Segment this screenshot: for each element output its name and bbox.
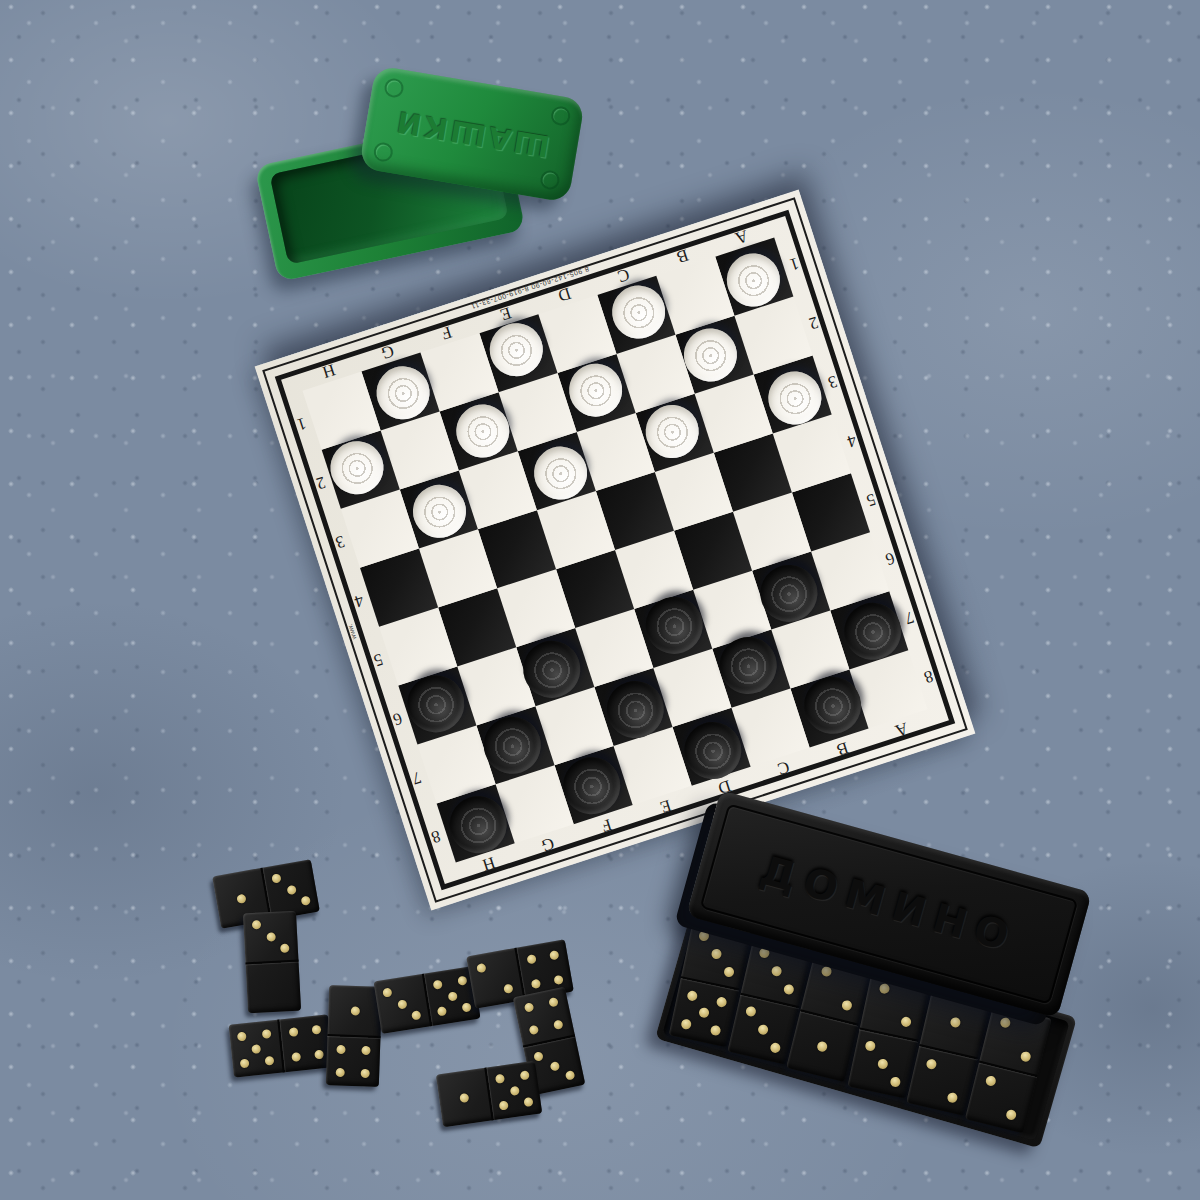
- pip: [382, 987, 392, 997]
- pip: [314, 1050, 324, 1060]
- domino-half-5: [229, 1020, 283, 1078]
- pip: [680, 1018, 692, 1030]
- pip: [447, 991, 457, 1001]
- pip: [476, 963, 486, 973]
- pip: [240, 1058, 250, 1068]
- pip: [686, 989, 698, 1001]
- pip: [984, 1075, 996, 1087]
- checkers-board: 8 905-142-60-90 8-919-007-33-11 www. AAB…: [255, 190, 976, 911]
- pip: [549, 950, 559, 960]
- pip: [759, 947, 771, 959]
- pip: [286, 884, 296, 894]
- domino-half-4: [326, 1034, 381, 1087]
- pip: [495, 1074, 505, 1084]
- pip: [698, 1007, 710, 1019]
- domino-tile-3-5[interactable]: [373, 966, 480, 1034]
- pip: [711, 948, 723, 960]
- pip: [548, 997, 559, 1008]
- pip: [361, 1069, 370, 1078]
- pip: [769, 1042, 781, 1054]
- domino-half-0: [245, 960, 301, 1014]
- pip: [878, 983, 890, 995]
- pip: [757, 1024, 769, 1036]
- pip: [901, 1016, 913, 1028]
- pip: [280, 944, 289, 953]
- table-felt-background: 8 905-142-60-90 8-919-007-33-11 www. AAB…: [0, 0, 1200, 1200]
- domino-half-3: [373, 974, 430, 1034]
- domino-half-1: [436, 1068, 492, 1127]
- pip: [949, 1016, 961, 1028]
- domino-half-4: [277, 1014, 333, 1072]
- pip: [519, 1071, 529, 1081]
- pip: [889, 1076, 901, 1088]
- pip: [503, 984, 513, 994]
- domino-tile-1-5[interactable]: [436, 1061, 542, 1127]
- pip: [509, 1085, 519, 1095]
- pip: [236, 893, 246, 903]
- pip: [531, 979, 541, 989]
- domino-half-1: [328, 985, 383, 1036]
- pip: [251, 1044, 261, 1054]
- pip: [291, 1052, 301, 1062]
- pip: [716, 996, 728, 1008]
- pip: [266, 932, 275, 941]
- pip: [252, 920, 261, 929]
- pip: [745, 1005, 757, 1017]
- pip: [264, 1056, 274, 1066]
- pip: [816, 1041, 828, 1053]
- pip: [710, 1024, 722, 1036]
- pip: [782, 983, 794, 995]
- pip: [237, 1032, 247, 1042]
- pip: [457, 976, 467, 986]
- pip: [461, 1002, 471, 1012]
- pip: [271, 873, 281, 883]
- pip: [397, 999, 407, 1009]
- pip: [553, 1020, 564, 1031]
- pip: [999, 1017, 1011, 1029]
- pip: [877, 1058, 889, 1070]
- checkers-board-wrap: 8 905-142-60-90 8-919-007-33-11 www. AAB…: [255, 190, 976, 911]
- pip: [336, 1045, 345, 1054]
- pip: [499, 1100, 509, 1110]
- pip: [261, 1029, 271, 1039]
- pip: [335, 1068, 344, 1077]
- pip: [1006, 1109, 1018, 1121]
- pip: [459, 1092, 469, 1102]
- domino-half-5: [669, 976, 740, 1047]
- pip: [723, 966, 735, 978]
- pip: [925, 1058, 937, 1070]
- domino-tile-5-4[interactable]: [229, 1014, 334, 1077]
- pip: [820, 965, 832, 977]
- pip: [698, 930, 710, 942]
- pip: [1020, 1051, 1032, 1063]
- domino-tile-1-4[interactable]: [326, 985, 382, 1087]
- pip: [771, 965, 783, 977]
- pip: [528, 1025, 539, 1036]
- pip: [301, 896, 311, 906]
- pip: [350, 1006, 359, 1015]
- pip: [549, 1061, 560, 1072]
- pip: [312, 1024, 322, 1034]
- domino-half-5: [484, 1061, 542, 1121]
- pip: [288, 1027, 298, 1037]
- pip: [362, 1046, 371, 1055]
- pip: [526, 954, 536, 964]
- pip: [865, 1040, 877, 1052]
- domino-tile-3-0[interactable]: [243, 911, 301, 1014]
- domino-half-3: [847, 1027, 918, 1098]
- pip: [554, 975, 564, 985]
- domino-half-3: [243, 911, 298, 963]
- pip: [841, 999, 853, 1011]
- pip: [433, 980, 443, 990]
- pip: [523, 1097, 533, 1107]
- pip: [437, 1006, 447, 1016]
- pip: [947, 1092, 959, 1104]
- pip: [523, 1002, 534, 1013]
- pip: [411, 1010, 421, 1020]
- pip: [565, 1070, 576, 1081]
